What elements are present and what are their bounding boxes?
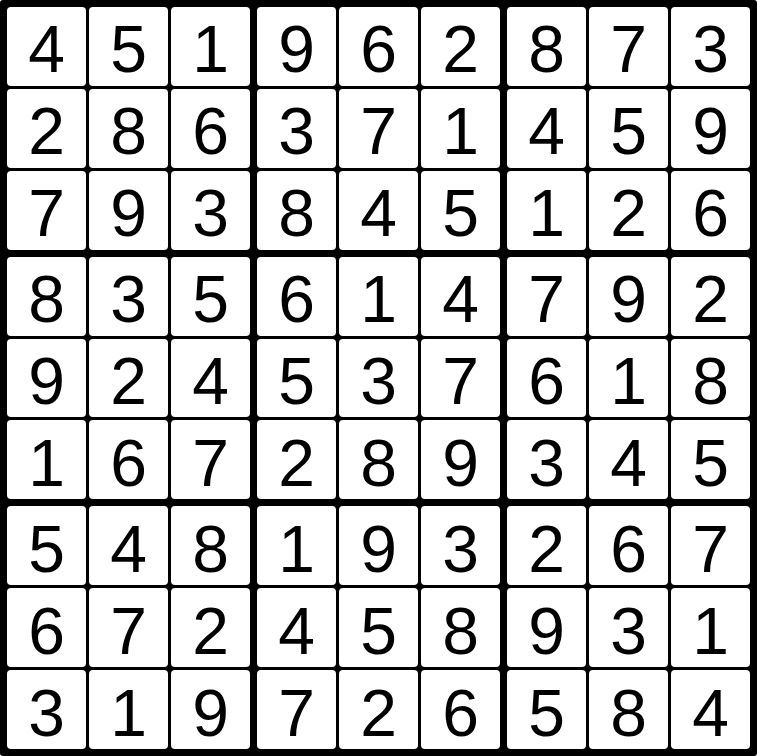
cell-r2c3[interactable]: 6 — [171, 89, 250, 168]
cell-r2c6[interactable]: 1 — [421, 89, 500, 168]
cell-r4c5[interactable]: 1 — [339, 257, 418, 336]
cell-r5c2[interactable]: 2 — [89, 339, 168, 418]
cell-r2c9[interactable]: 9 — [671, 89, 750, 168]
box-2: 962371845 — [257, 7, 500, 250]
cell-r8c2[interactable]: 7 — [89, 588, 168, 667]
box-1: 451286793 — [7, 7, 250, 250]
cell-r1c9[interactable]: 3 — [671, 7, 750, 86]
cell-r3c2[interactable]: 9 — [89, 171, 168, 250]
cell-r3c4[interactable]: 8 — [257, 171, 336, 250]
cell-r5c9[interactable]: 8 — [671, 339, 750, 418]
box-9: 267931584 — [507, 506, 750, 749]
cell-r6c8[interactable]: 4 — [589, 420, 668, 499]
cell-r8c6[interactable]: 8 — [421, 588, 500, 667]
cell-r5c8[interactable]: 1 — [589, 339, 668, 418]
cell-r6c6[interactable]: 9 — [421, 420, 500, 499]
box-6: 792618345 — [507, 257, 750, 500]
cell-r6c4[interactable]: 2 — [257, 420, 336, 499]
cell-r6c7[interactable]: 3 — [507, 420, 586, 499]
cell-r9c7[interactable]: 5 — [507, 670, 586, 749]
cell-r3c1[interactable]: 7 — [7, 171, 86, 250]
cell-r3c7[interactable]: 1 — [507, 171, 586, 250]
cell-r2c2[interactable]: 8 — [89, 89, 168, 168]
box-8: 193458726 — [257, 506, 500, 749]
cell-r8c7[interactable]: 9 — [507, 588, 586, 667]
cell-r4c1[interactable]: 8 — [7, 257, 86, 336]
cell-r7c8[interactable]: 6 — [589, 506, 668, 585]
cell-r3c9[interactable]: 6 — [671, 171, 750, 250]
cell-r2c7[interactable]: 4 — [507, 89, 586, 168]
cell-r9c2[interactable]: 1 — [89, 670, 168, 749]
cell-r8c9[interactable]: 1 — [671, 588, 750, 667]
cell-r3c5[interactable]: 4 — [339, 171, 418, 250]
cell-r1c8[interactable]: 7 — [589, 7, 668, 86]
cell-r9c6[interactable]: 6 — [421, 670, 500, 749]
cell-r9c8[interactable]: 8 — [589, 670, 668, 749]
cell-r4c7[interactable]: 7 — [507, 257, 586, 336]
cell-r5c3[interactable]: 4 — [171, 339, 250, 418]
cell-r3c6[interactable]: 5 — [421, 171, 500, 250]
cell-r4c4[interactable]: 6 — [257, 257, 336, 336]
cell-r9c9[interactable]: 4 — [671, 670, 750, 749]
cell-r9c4[interactable]: 7 — [257, 670, 336, 749]
box-4: 835924167 — [7, 257, 250, 500]
cell-r7c4[interactable]: 1 — [257, 506, 336, 585]
cell-r8c4[interactable]: 4 — [257, 588, 336, 667]
cell-r9c3[interactable]: 9 — [171, 670, 250, 749]
cell-r5c7[interactable]: 6 — [507, 339, 586, 418]
cell-r2c1[interactable]: 2 — [7, 89, 86, 168]
cell-r5c5[interactable]: 3 — [339, 339, 418, 418]
cell-r6c3[interactable]: 7 — [171, 420, 250, 499]
cell-r1c4[interactable]: 9 — [257, 7, 336, 86]
cell-r1c7[interactable]: 8 — [507, 7, 586, 86]
cell-r7c3[interactable]: 8 — [171, 506, 250, 585]
cell-r2c5[interactable]: 7 — [339, 89, 418, 168]
cell-r1c1[interactable]: 4 — [7, 7, 86, 86]
cell-r9c1[interactable]: 3 — [7, 670, 86, 749]
cell-r6c9[interactable]: 5 — [671, 420, 750, 499]
cell-r1c3[interactable]: 1 — [171, 7, 250, 86]
cell-r7c7[interactable]: 2 — [507, 506, 586, 585]
cell-r8c1[interactable]: 6 — [7, 588, 86, 667]
cell-r6c5[interactable]: 8 — [339, 420, 418, 499]
cell-r4c9[interactable]: 2 — [671, 257, 750, 336]
cell-r3c8[interactable]: 2 — [589, 171, 668, 250]
cell-r9c5[interactable]: 2 — [339, 670, 418, 749]
cell-r7c1[interactable]: 5 — [7, 506, 86, 585]
cell-r1c2[interactable]: 5 — [89, 7, 168, 86]
cell-r7c2[interactable]: 4 — [89, 506, 168, 585]
cell-r8c8[interactable]: 3 — [589, 588, 668, 667]
cell-r7c6[interactable]: 3 — [421, 506, 500, 585]
sudoku-board: 4512867939623718458734591268359241676145… — [0, 0, 757, 756]
cell-r5c1[interactable]: 9 — [7, 339, 86, 418]
cell-r3c3[interactable]: 3 — [171, 171, 250, 250]
cell-r2c4[interactable]: 3 — [257, 89, 336, 168]
box-7: 548672319 — [7, 506, 250, 749]
cell-r4c3[interactable]: 5 — [171, 257, 250, 336]
cell-r8c5[interactable]: 5 — [339, 588, 418, 667]
cell-r6c2[interactable]: 6 — [89, 420, 168, 499]
cell-r4c6[interactable]: 4 — [421, 257, 500, 336]
cell-r7c5[interactable]: 9 — [339, 506, 418, 585]
cell-r5c6[interactable]: 7 — [421, 339, 500, 418]
cell-r1c6[interactable]: 2 — [421, 7, 500, 86]
cell-r1c5[interactable]: 6 — [339, 7, 418, 86]
cell-r8c3[interactable]: 2 — [171, 588, 250, 667]
box-3: 873459126 — [507, 7, 750, 250]
cell-r2c8[interactable]: 5 — [589, 89, 668, 168]
cell-r4c2[interactable]: 3 — [89, 257, 168, 336]
cell-r5c4[interactable]: 5 — [257, 339, 336, 418]
cell-r7c9[interactable]: 7 — [671, 506, 750, 585]
cell-r4c8[interactable]: 9 — [589, 257, 668, 336]
box-5: 614537289 — [257, 257, 500, 500]
cell-r6c1[interactable]: 1 — [7, 420, 86, 499]
